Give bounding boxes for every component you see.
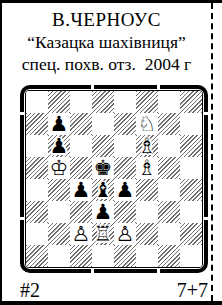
square-h3[interactable] xyxy=(180,201,202,223)
black-pawn: ♟ xyxy=(50,135,69,157)
square-e3[interactable] xyxy=(114,201,136,223)
square-h5[interactable] xyxy=(180,157,202,179)
square-c5[interactable] xyxy=(70,157,92,179)
square-g7[interactable] xyxy=(158,113,180,135)
square-g2[interactable] xyxy=(158,223,180,245)
white-pawn: ♙ xyxy=(72,223,91,245)
square-a6[interactable] xyxy=(26,135,48,157)
square-b8[interactable] xyxy=(48,91,70,113)
square-c4[interactable]: ♟ xyxy=(70,179,92,201)
frame-tick xyxy=(157,85,160,89)
square-c7[interactable] xyxy=(70,113,92,135)
square-a7[interactable] xyxy=(26,113,48,135)
black-pawn: ♟ xyxy=(94,201,113,223)
white-bishop: ♗ xyxy=(138,135,157,157)
square-f2[interactable] xyxy=(136,223,158,245)
square-d2[interactable]: ♖ xyxy=(92,223,114,245)
square-f6[interactable]: ♗ xyxy=(136,135,158,157)
square-g1[interactable] xyxy=(158,245,180,267)
square-c3[interactable] xyxy=(70,201,92,223)
square-g6[interactable] xyxy=(158,135,180,157)
square-c2[interactable]: ♙ xyxy=(70,223,92,245)
square-h8[interactable] xyxy=(180,91,202,113)
card-header: В.ЧЕРНОУС “Казацка шахівниця” спец. похв… xyxy=(2,8,211,75)
square-e4[interactable]: ♟ xyxy=(114,179,136,201)
square-e1[interactable] xyxy=(114,245,136,267)
board-frame-inner: ♟♘♟♗♔♚♗♟♝♟♟♙♖♙ xyxy=(25,90,203,268)
card-footer: #2 7+7 xyxy=(20,278,208,302)
square-b2[interactable] xyxy=(48,223,70,245)
square-e8[interactable] xyxy=(114,91,136,113)
chess-board: ♟♘♟♗♔♚♗♟♝♟♟♙♖♙ xyxy=(20,85,208,273)
square-g8[interactable] xyxy=(158,91,180,113)
square-b1[interactable] xyxy=(48,245,70,267)
frame-tick xyxy=(91,269,94,273)
stipulation-mate-in-2: #2 xyxy=(20,278,40,302)
square-f4[interactable] xyxy=(136,179,158,201)
square-h6[interactable] xyxy=(180,135,202,157)
square-h1[interactable] xyxy=(180,245,202,267)
square-a4[interactable] xyxy=(26,179,48,201)
award-line: спец. похв. отз. 2004 г xyxy=(2,53,211,75)
frame-tick xyxy=(157,269,160,273)
square-d8[interactable] xyxy=(92,91,114,113)
square-f7[interactable]: ♘ xyxy=(136,113,158,135)
material-count: 7+7 xyxy=(177,278,208,302)
white-rook: ♖ xyxy=(94,223,113,245)
problem-card: В.ЧЕРНОУС “Казацка шахівниця” спец. похв… xyxy=(0,0,222,305)
frame-tick xyxy=(91,85,94,89)
square-d4[interactable]: ♝ xyxy=(92,179,114,201)
square-f8[interactable] xyxy=(136,91,158,113)
black-bishop: ♝ xyxy=(94,179,113,201)
square-c8[interactable] xyxy=(70,91,92,113)
square-d7[interactable] xyxy=(92,113,114,135)
square-b7[interactable]: ♟ xyxy=(48,113,70,135)
square-c6[interactable] xyxy=(70,135,92,157)
square-g5[interactable] xyxy=(158,157,180,179)
black-king: ♚ xyxy=(94,157,113,179)
square-d3[interactable]: ♟ xyxy=(92,201,114,223)
square-a2[interactable] xyxy=(26,223,48,245)
white-bishop: ♗ xyxy=(138,157,157,179)
square-b6[interactable]: ♟ xyxy=(48,135,70,157)
square-a8[interactable] xyxy=(26,91,48,113)
square-h4[interactable] xyxy=(180,179,202,201)
square-d1[interactable] xyxy=(92,245,114,267)
white-knight: ♘ xyxy=(138,113,157,135)
black-pawn: ♟ xyxy=(116,179,135,201)
square-c1[interactable] xyxy=(70,245,92,267)
square-b3[interactable] xyxy=(48,201,70,223)
frame-tick xyxy=(20,217,24,220)
square-a3[interactable] xyxy=(26,201,48,223)
square-a1[interactable] xyxy=(26,245,48,267)
square-d5[interactable]: ♚ xyxy=(92,157,114,179)
square-h2[interactable] xyxy=(180,223,202,245)
square-b5[interactable]: ♔ xyxy=(48,157,70,179)
white-king: ♔ xyxy=(50,157,69,179)
author-name: В.ЧЕРНОУС xyxy=(2,8,211,31)
black-pawn: ♟ xyxy=(50,113,69,135)
square-e7[interactable] xyxy=(114,113,136,135)
square-h7[interactable] xyxy=(180,113,202,135)
problem-title: “Казацка шахівниця” xyxy=(2,31,211,53)
frame-tick xyxy=(204,112,208,115)
board-grid: ♟♘♟♗♔♚♗♟♝♟♟♙♖♙ xyxy=(26,91,202,267)
square-f5[interactable]: ♗ xyxy=(136,157,158,179)
square-e6[interactable] xyxy=(114,135,136,157)
square-g3[interactable] xyxy=(158,201,180,223)
square-e2[interactable]: ♙ xyxy=(114,223,136,245)
square-e5[interactable] xyxy=(114,157,136,179)
frame-tick xyxy=(20,112,24,115)
square-f3[interactable] xyxy=(136,201,158,223)
square-f1[interactable] xyxy=(136,245,158,267)
black-pawn: ♟ xyxy=(72,179,91,201)
square-b4[interactable] xyxy=(48,179,70,201)
white-pawn: ♙ xyxy=(116,223,135,245)
frame-tick xyxy=(204,217,208,220)
cut-line xyxy=(211,3,213,301)
square-d6[interactable] xyxy=(92,135,114,157)
square-g4[interactable] xyxy=(158,179,180,201)
square-a5[interactable] xyxy=(26,157,48,179)
